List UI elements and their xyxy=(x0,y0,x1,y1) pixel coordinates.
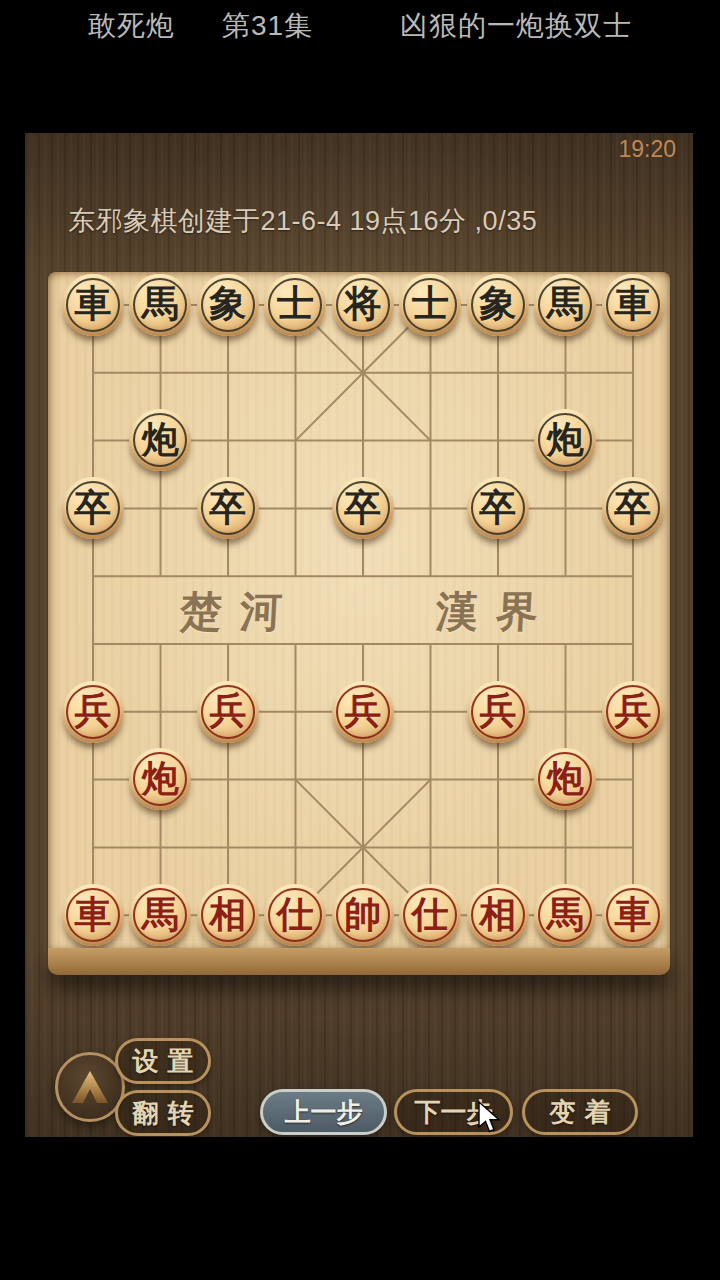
piece-glyph: 相 xyxy=(209,896,246,933)
piece-glyph: 卒 xyxy=(209,489,246,526)
piece-glyph: 仕 xyxy=(412,896,449,933)
board-grid[interactable]: 車馬象士将士象馬車炮炮卒卒卒卒卒兵兵兵兵兵炮炮車馬相仕帥仕相馬車 xyxy=(59,271,667,949)
piece-rP[interactable]: 兵 xyxy=(62,681,124,743)
piece-rB[interactable]: 相 xyxy=(197,884,259,946)
piece-glyph: 馬 xyxy=(547,285,584,322)
piece-glyph: 卒 xyxy=(344,489,381,526)
piece-bA[interactable]: 士 xyxy=(399,274,461,336)
chevron-up-icon xyxy=(68,1067,112,1107)
piece-glyph: 炮 xyxy=(142,421,179,458)
piece-glyph: 士 xyxy=(412,285,449,322)
piece-glyph: 車 xyxy=(614,285,651,322)
title-bar: 敢死炮 第31集 凶狠的一炮换双士 xyxy=(0,0,720,46)
piece-glyph: 兵 xyxy=(74,692,111,729)
series-title: 敢死炮 xyxy=(88,7,175,45)
piece-bB[interactable]: 象 xyxy=(467,274,529,336)
piece-rR[interactable]: 車 xyxy=(62,884,124,946)
piece-glyph: 車 xyxy=(74,285,111,322)
piece-rN[interactable]: 馬 xyxy=(129,884,191,946)
clock-text: 19:20 xyxy=(618,136,676,163)
piece-glyph: 象 xyxy=(479,285,516,322)
piece-rP[interactable]: 兵 xyxy=(602,681,664,743)
piece-rB[interactable]: 相 xyxy=(467,884,529,946)
piece-bP[interactable]: 卒 xyxy=(62,477,124,539)
piece-glyph: 卒 xyxy=(479,489,516,526)
piece-glyph: 馬 xyxy=(547,896,584,933)
piece-bN[interactable]: 馬 xyxy=(129,274,191,336)
episode-label: 第31集 xyxy=(222,7,313,45)
piece-glyph: 兵 xyxy=(614,692,651,729)
piece-glyph: 炮 xyxy=(142,760,179,797)
piece-bP[interactable]: 卒 xyxy=(602,477,664,539)
piece-glyph: 仕 xyxy=(277,896,314,933)
piece-bP[interactable]: 卒 xyxy=(467,477,529,539)
variation-button[interactable]: 变 着 xyxy=(522,1089,638,1135)
piece-bC[interactable]: 炮 xyxy=(129,409,191,471)
previous-move-button[interactable]: 上一步 xyxy=(260,1089,387,1135)
piece-rR[interactable]: 車 xyxy=(602,884,664,946)
piece-glyph: 象 xyxy=(209,285,246,322)
piece-bP[interactable]: 卒 xyxy=(332,477,394,539)
piece-bR[interactable]: 車 xyxy=(62,274,124,336)
settings-button[interactable]: 设 置 xyxy=(115,1038,211,1084)
piece-glyph: 車 xyxy=(614,896,651,933)
piece-glyph: 士 xyxy=(277,285,314,322)
piece-bK[interactable]: 将 xyxy=(332,274,394,336)
mouse-cursor-icon xyxy=(477,1101,503,1135)
piece-glyph: 将 xyxy=(344,285,381,322)
piece-glyph: 卒 xyxy=(74,489,111,526)
piece-bP[interactable]: 卒 xyxy=(197,477,259,539)
piece-bA[interactable]: 士 xyxy=(264,274,326,336)
piece-glyph: 炮 xyxy=(547,421,584,458)
game-area: 19:20 东邪象棋创建于21-6-4 19点16分 ,0/35 楚河 漢界 車… xyxy=(25,133,693,1137)
piece-bB[interactable]: 象 xyxy=(197,274,259,336)
piece-glyph: 炮 xyxy=(547,760,584,797)
piece-glyph: 車 xyxy=(74,896,111,933)
piece-rP[interactable]: 兵 xyxy=(197,681,259,743)
piece-rK[interactable]: 帥 xyxy=(332,884,394,946)
flip-board-button[interactable]: 翻 转 xyxy=(115,1090,211,1136)
session-info: 东邪象棋创建于21-6-4 19点16分 ,0/35 xyxy=(68,203,537,239)
piece-rC[interactable]: 炮 xyxy=(129,748,191,810)
piece-rP[interactable]: 兵 xyxy=(467,681,529,743)
piece-bR[interactable]: 車 xyxy=(602,274,664,336)
piece-glyph: 相 xyxy=(479,896,516,933)
page-title: 凶狠的一炮换双士 xyxy=(400,7,632,45)
piece-glyph: 兵 xyxy=(479,692,516,729)
piece-rP[interactable]: 兵 xyxy=(332,681,394,743)
piece-rA[interactable]: 仕 xyxy=(399,884,461,946)
piece-rA[interactable]: 仕 xyxy=(264,884,326,946)
piece-glyph: 兵 xyxy=(344,692,381,729)
screen: 敢死炮 第31集 凶狠的一炮换双士 19:20 东邪象棋创建于21-6-4 19… xyxy=(0,0,720,1280)
piece-glyph: 馬 xyxy=(142,285,179,322)
piece-rN[interactable]: 馬 xyxy=(534,884,596,946)
piece-rC[interactable]: 炮 xyxy=(534,748,596,810)
xiangqi-board[interactable]: 楚河 漢界 車馬象士将士象馬車炮炮卒卒卒卒卒兵兵兵兵兵炮炮車馬相仕帥仕相馬車 xyxy=(48,272,670,948)
piece-bN[interactable]: 馬 xyxy=(534,274,596,336)
piece-glyph: 馬 xyxy=(142,896,179,933)
piece-glyph: 帥 xyxy=(344,896,381,933)
piece-bC[interactable]: 炮 xyxy=(534,409,596,471)
piece-glyph: 卒 xyxy=(614,489,651,526)
piece-glyph: 兵 xyxy=(209,692,246,729)
